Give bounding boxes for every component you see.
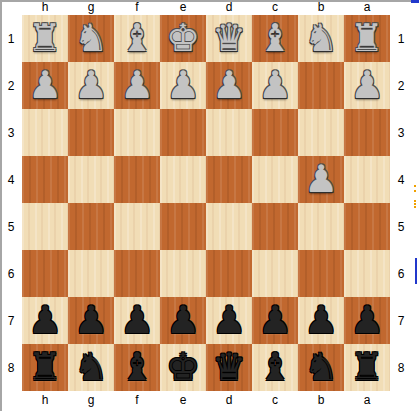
file-label-e: e <box>160 392 206 410</box>
right-edge-orange-dots-lower <box>414 200 416 208</box>
file-label-b: b <box>298 0 344 15</box>
square-a6[interactable] <box>344 250 390 297</box>
chess-app-window: hgfedcba hgfedcba 12345678 12345678 ♜♞♝♚… <box>0 0 419 411</box>
rank-label-4: 4 <box>0 156 22 203</box>
rank-label-3: 3 <box>0 109 22 156</box>
square-e5[interactable] <box>160 203 206 250</box>
square-a4[interactable] <box>344 156 390 203</box>
file-label-b: b <box>298 392 344 410</box>
file-label-g: g <box>68 0 114 15</box>
file-label-a: a <box>344 0 390 15</box>
square-a3[interactable] <box>344 109 390 156</box>
rank-label-1: 1 <box>390 15 412 62</box>
square-h4[interactable] <box>22 156 68 203</box>
square-d3[interactable] <box>206 109 252 156</box>
square-h2[interactable]: ♟ <box>22 62 68 109</box>
square-h3[interactable] <box>22 109 68 156</box>
square-h8[interactable]: ♜ <box>22 344 68 391</box>
square-f4[interactable] <box>114 156 160 203</box>
square-g6[interactable] <box>68 250 114 297</box>
white-bishop-f1[interactable]: ♝ <box>120 19 154 57</box>
black-bishop-c8[interactable]: ♝ <box>258 348 292 386</box>
square-c2[interactable]: ♟ <box>252 62 298 109</box>
square-b6[interactable] <box>298 250 344 297</box>
white-king-e1[interactable]: ♚ <box>166 19 200 57</box>
square-g4[interactable] <box>68 156 114 203</box>
square-h1[interactable]: ♜ <box>22 15 68 62</box>
rank-label-1: 1 <box>0 15 22 62</box>
square-b1[interactable]: ♞ <box>298 15 344 62</box>
white-pawn-b4[interactable]: ♟ <box>304 160 338 198</box>
adjacent-panel-blue-edge <box>411 0 419 3</box>
square-b4[interactable]: ♟ <box>298 156 344 203</box>
square-f2[interactable]: ♟ <box>114 62 160 109</box>
square-f7[interactable]: ♟ <box>114 297 160 344</box>
file-label-f: f <box>114 392 160 410</box>
rank-label-7: 7 <box>390 297 412 344</box>
black-pawn-e7[interactable]: ♟ <box>166 301 200 339</box>
black-pawn-h7[interactable]: ♟ <box>28 301 62 339</box>
square-f1[interactable]: ♝ <box>114 15 160 62</box>
square-e6[interactable] <box>160 250 206 297</box>
square-f5[interactable] <box>114 203 160 250</box>
square-a2[interactable]: ♟ <box>344 62 390 109</box>
black-queen-d8[interactable]: ♛ <box>212 348 246 386</box>
file-label-c: c <box>252 392 298 410</box>
white-pawn-d2[interactable]: ♟ <box>212 66 246 104</box>
rank-labels-right: 12345678 <box>390 15 412 391</box>
rank-label-8: 8 <box>0 344 22 391</box>
white-queen-d1[interactable]: ♛ <box>212 19 246 57</box>
square-g5[interactable] <box>68 203 114 250</box>
square-f8[interactable]: ♝ <box>114 344 160 391</box>
rank-label-5: 5 <box>0 203 22 250</box>
white-pawn-e2[interactable]: ♟ <box>166 66 200 104</box>
right-edge-blue-caret <box>415 258 417 284</box>
rank-label-8: 8 <box>390 344 412 391</box>
black-bishop-f8[interactable]: ♝ <box>120 348 154 386</box>
file-label-f: f <box>114 0 160 15</box>
square-h5[interactable] <box>22 203 68 250</box>
square-d2[interactable]: ♟ <box>206 62 252 109</box>
square-c4[interactable] <box>252 156 298 203</box>
white-rook-h1[interactable]: ♜ <box>28 19 62 57</box>
square-b5[interactable] <box>298 203 344 250</box>
rank-label-2: 2 <box>390 62 412 109</box>
square-c1[interactable]: ♝ <box>252 15 298 62</box>
square-h7[interactable]: ♟ <box>22 297 68 344</box>
square-b7[interactable]: ♟ <box>298 297 344 344</box>
square-g1[interactable]: ♞ <box>68 15 114 62</box>
rank-label-5: 5 <box>390 203 412 250</box>
square-c3[interactable] <box>252 109 298 156</box>
square-c5[interactable] <box>252 203 298 250</box>
white-pawn-c2[interactable]: ♟ <box>258 66 292 104</box>
rank-label-2: 2 <box>0 62 22 109</box>
white-pawn-f2[interactable]: ♟ <box>120 66 154 104</box>
black-king-e8[interactable]: ♚ <box>166 348 200 386</box>
square-e7[interactable]: ♟ <box>160 297 206 344</box>
square-b8[interactable]: ♞ <box>298 344 344 391</box>
square-e3[interactable] <box>160 109 206 156</box>
chess-board: ♜♞♝♚♛♝♞♜♟♟♟♟♟♟♟♟♟♟♟♟♟♟♟♟♜♞♝♚♛♝♞♜ <box>22 15 390 391</box>
rank-label-4: 4 <box>390 156 412 203</box>
square-a7[interactable]: ♟ <box>344 297 390 344</box>
rank-label-6: 6 <box>390 250 412 297</box>
square-f6[interactable] <box>114 250 160 297</box>
square-a1[interactable]: ♜ <box>344 15 390 62</box>
white-knight-b1[interactable]: ♞ <box>304 19 338 57</box>
black-rook-h8[interactable]: ♜ <box>28 348 62 386</box>
black-rook-a8[interactable]: ♜ <box>350 348 384 386</box>
square-g8[interactable]: ♞ <box>68 344 114 391</box>
square-f3[interactable] <box>114 109 160 156</box>
square-e8[interactable]: ♚ <box>160 344 206 391</box>
file-label-a: a <box>344 392 390 410</box>
square-g7[interactable]: ♟ <box>68 297 114 344</box>
file-label-e: e <box>160 0 206 15</box>
black-pawn-a7[interactable]: ♟ <box>350 301 384 339</box>
square-c6[interactable] <box>252 250 298 297</box>
square-b2[interactable] <box>298 62 344 109</box>
square-d6[interactable] <box>206 250 252 297</box>
square-d7[interactable]: ♟ <box>206 297 252 344</box>
black-knight-b8[interactable]: ♞ <box>304 348 338 386</box>
square-c8[interactable]: ♝ <box>252 344 298 391</box>
white-pawn-h2[interactable]: ♟ <box>28 66 62 104</box>
rank-label-7: 7 <box>0 297 22 344</box>
square-d8[interactable]: ♛ <box>206 344 252 391</box>
file-labels-bottom: hgfedcba <box>22 392 390 410</box>
square-b3[interactable] <box>298 109 344 156</box>
square-c7[interactable]: ♟ <box>252 297 298 344</box>
square-d4[interactable] <box>206 156 252 203</box>
right-edge-orange-dots-upper <box>414 185 416 192</box>
square-d5[interactable] <box>206 203 252 250</box>
file-label-d: d <box>206 0 252 15</box>
square-h6[interactable] <box>22 250 68 297</box>
rank-label-3: 3 <box>390 109 412 156</box>
rank-labels-left: 12345678 <box>0 15 22 391</box>
file-label-g: g <box>68 392 114 410</box>
square-a8[interactable]: ♜ <box>344 344 390 391</box>
square-e4[interactable] <box>160 156 206 203</box>
square-e2[interactable]: ♟ <box>160 62 206 109</box>
white-pawn-a2[interactable]: ♟ <box>350 66 384 104</box>
black-pawn-d7[interactable]: ♟ <box>212 301 246 339</box>
file-label-h: h <box>22 0 68 15</box>
square-d1[interactable]: ♛ <box>206 15 252 62</box>
black-pawn-c7[interactable]: ♟ <box>258 301 292 339</box>
square-g3[interactable] <box>68 109 114 156</box>
black-knight-g8[interactable]: ♞ <box>74 348 108 386</box>
white-rook-a1[interactable]: ♜ <box>350 19 384 57</box>
square-g2[interactable]: ♟ <box>68 62 114 109</box>
file-label-h: h <box>22 392 68 410</box>
white-knight-g1[interactable]: ♞ <box>74 19 108 57</box>
rank-label-6: 6 <box>0 250 22 297</box>
black-pawn-f7[interactable]: ♟ <box>120 301 154 339</box>
black-pawn-g7[interactable]: ♟ <box>74 301 108 339</box>
file-label-d: d <box>206 392 252 410</box>
file-labels-top: hgfedcba <box>22 0 390 15</box>
square-a5[interactable] <box>344 203 390 250</box>
white-bishop-c1[interactable]: ♝ <box>258 19 292 57</box>
black-pawn-b7[interactable]: ♟ <box>304 301 338 339</box>
white-pawn-g2[interactable]: ♟ <box>74 66 108 104</box>
square-e1[interactable]: ♚ <box>160 15 206 62</box>
file-label-c: c <box>252 0 298 15</box>
